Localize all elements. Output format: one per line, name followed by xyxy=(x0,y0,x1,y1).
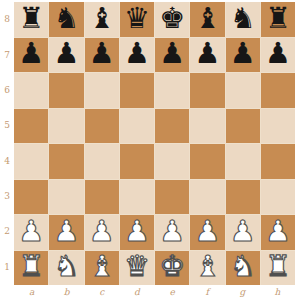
piece-white-king: ♚ xyxy=(159,252,185,281)
square-c3[interactable] xyxy=(85,180,119,215)
square-g7[interactable]: ♟ xyxy=(226,38,260,73)
square-h5[interactable] xyxy=(261,109,295,144)
chess-diagram: 87654321 ♜♞♝♛♚♝♞♜♟♟♟♟♟♟♟♟♟♟♟♟♟♟♟♟♜♞♝♛♚♝♞… xyxy=(0,0,297,300)
piece-black-king: ♚ xyxy=(159,4,185,33)
square-e5[interactable] xyxy=(155,109,189,144)
square-e6[interactable] xyxy=(155,73,189,108)
square-d2[interactable]: ♟ xyxy=(120,215,154,250)
square-a7[interactable]: ♟ xyxy=(14,38,48,73)
square-c5[interactable] xyxy=(85,109,119,144)
square-b2[interactable]: ♟ xyxy=(49,215,83,250)
square-f1[interactable]: ♝ xyxy=(190,251,224,286)
square-h6[interactable] xyxy=(261,73,295,108)
square-g4[interactable] xyxy=(226,144,260,179)
piece-white-bishop: ♝ xyxy=(89,252,115,281)
square-d4[interactable] xyxy=(120,144,154,179)
rank-label-1: 1 xyxy=(0,250,14,285)
square-b6[interactable] xyxy=(49,73,83,108)
file-label-h: h xyxy=(260,285,295,299)
square-f8[interactable]: ♝ xyxy=(190,2,224,37)
file-label-f: f xyxy=(190,285,225,299)
square-b1[interactable]: ♞ xyxy=(49,251,83,286)
square-b3[interactable] xyxy=(49,180,83,215)
file-label-c: c xyxy=(84,285,119,299)
piece-black-knight: ♞ xyxy=(230,4,256,33)
square-g3[interactable] xyxy=(226,180,260,215)
piece-black-rook: ♜ xyxy=(265,4,291,33)
file-label-e: e xyxy=(155,285,190,299)
rank-label-6: 6 xyxy=(0,73,14,108)
file-label-d: d xyxy=(119,285,154,299)
square-a2[interactable]: ♟ xyxy=(14,215,48,250)
piece-black-bishop: ♝ xyxy=(89,4,115,33)
square-e4[interactable] xyxy=(155,144,189,179)
square-f7[interactable]: ♟ xyxy=(190,38,224,73)
piece-white-rook: ♜ xyxy=(18,252,44,281)
square-d8[interactable]: ♛ xyxy=(120,2,154,37)
square-a3[interactable] xyxy=(14,180,48,215)
square-d5[interactable] xyxy=(120,109,154,144)
square-h8[interactable]: ♜ xyxy=(261,2,295,37)
square-c2[interactable]: ♟ xyxy=(85,215,119,250)
square-f2[interactable]: ♟ xyxy=(190,215,224,250)
piece-white-knight: ♞ xyxy=(53,252,79,281)
square-d1[interactable]: ♛ xyxy=(120,251,154,286)
square-e1[interactable]: ♚ xyxy=(155,251,189,286)
square-a8[interactable]: ♜ xyxy=(14,2,48,37)
piece-white-pawn: ♟ xyxy=(89,217,115,246)
file-labels: abcdefgh xyxy=(14,285,295,299)
square-a6[interactable] xyxy=(14,73,48,108)
piece-white-pawn: ♟ xyxy=(18,217,44,246)
square-g5[interactable] xyxy=(226,109,260,144)
square-h7[interactable]: ♟ xyxy=(261,38,295,73)
piece-black-pawn: ♟ xyxy=(53,39,79,68)
square-d3[interactable] xyxy=(120,180,154,215)
rank-label-3: 3 xyxy=(0,179,14,214)
square-e7[interactable]: ♟ xyxy=(155,38,189,73)
square-g1[interactable]: ♞ xyxy=(226,251,260,286)
piece-black-pawn: ♟ xyxy=(18,39,44,68)
square-a4[interactable] xyxy=(14,144,48,179)
piece-white-pawn: ♟ xyxy=(265,217,291,246)
piece-black-bishop: ♝ xyxy=(194,4,220,33)
square-h1[interactable]: ♜ xyxy=(261,251,295,286)
square-f5[interactable] xyxy=(190,109,224,144)
rank-label-4: 4 xyxy=(0,144,14,179)
rank-label-5: 5 xyxy=(0,108,14,143)
square-e8[interactable]: ♚ xyxy=(155,2,189,37)
square-e2[interactable]: ♟ xyxy=(155,215,189,250)
rank-label-7: 7 xyxy=(0,37,14,72)
square-g6[interactable] xyxy=(226,73,260,108)
square-c7[interactable]: ♟ xyxy=(85,38,119,73)
piece-black-knight: ♞ xyxy=(53,4,79,33)
file-label-b: b xyxy=(49,285,84,299)
square-a5[interactable] xyxy=(14,109,48,144)
piece-white-pawn: ♟ xyxy=(159,217,185,246)
square-f3[interactable] xyxy=(190,180,224,215)
square-c1[interactable]: ♝ xyxy=(85,251,119,286)
piece-white-knight: ♞ xyxy=(230,252,256,281)
rank-labels: 87654321 xyxy=(0,2,14,285)
square-d6[interactable] xyxy=(120,73,154,108)
square-g2[interactable]: ♟ xyxy=(226,215,260,250)
square-h3[interactable] xyxy=(261,180,295,215)
square-b7[interactable]: ♟ xyxy=(49,38,83,73)
piece-black-pawn: ♟ xyxy=(124,39,150,68)
piece-white-queen: ♛ xyxy=(124,252,150,281)
square-b5[interactable] xyxy=(49,109,83,144)
piece-white-bishop: ♝ xyxy=(194,252,220,281)
piece-black-pawn: ♟ xyxy=(89,39,115,68)
square-h2[interactable]: ♟ xyxy=(261,215,295,250)
square-b4[interactable] xyxy=(49,144,83,179)
square-c4[interactable] xyxy=(85,144,119,179)
piece-white-pawn: ♟ xyxy=(53,217,79,246)
square-g8[interactable]: ♞ xyxy=(226,2,260,37)
piece-white-rook: ♜ xyxy=(265,252,291,281)
square-a1[interactable]: ♜ xyxy=(14,251,48,286)
square-f4[interactable] xyxy=(190,144,224,179)
chess-board: ♜♞♝♛♚♝♞♜♟♟♟♟♟♟♟♟♟♟♟♟♟♟♟♟♜♞♝♛♚♝♞♜ xyxy=(14,2,295,285)
piece-black-queen: ♛ xyxy=(124,4,150,33)
file-label-a: a xyxy=(14,285,49,299)
piece-black-pawn: ♟ xyxy=(159,39,185,68)
piece-white-pawn: ♟ xyxy=(124,217,150,246)
square-c8[interactable]: ♝ xyxy=(85,2,119,37)
piece-white-pawn: ♟ xyxy=(194,217,220,246)
piece-black-pawn: ♟ xyxy=(194,39,220,68)
file-label-g: g xyxy=(225,285,260,299)
rank-label-8: 8 xyxy=(0,2,14,37)
piece-black-rook: ♜ xyxy=(18,4,44,33)
square-b8[interactable]: ♞ xyxy=(49,2,83,37)
square-c6[interactable] xyxy=(85,73,119,108)
piece-black-pawn: ♟ xyxy=(265,39,291,68)
square-f6[interactable] xyxy=(190,73,224,108)
rank-label-2: 2 xyxy=(0,214,14,249)
piece-black-pawn: ♟ xyxy=(230,39,256,68)
square-d7[interactable]: ♟ xyxy=(120,38,154,73)
piece-white-pawn: ♟ xyxy=(230,217,256,246)
square-h4[interactable] xyxy=(261,144,295,179)
square-e3[interactable] xyxy=(155,180,189,215)
